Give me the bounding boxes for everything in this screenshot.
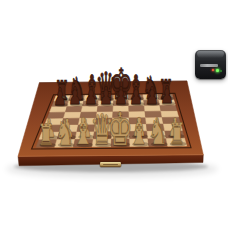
piece-black-pawn-d7: ♟ <box>99 84 112 108</box>
piece-white-pawn-d2: ♟ <box>96 116 110 141</box>
piece-black-pawn-e7: ♟ <box>114 84 127 108</box>
piece-black-pawn-c7: ♟ <box>84 85 97 109</box>
piece-white-king-e1: ♚ <box>108 106 134 152</box>
pieces-layer: ♜♞♝♛♚♝♞♜♟♟♟♟♟♟♟♟♟♟♟♟♟♟♟♟♜♞♝♛♚♝♞♜ <box>0 0 228 228</box>
piece-white-knight-g1: ♞ <box>148 115 167 150</box>
piece-black-king-e8: ♚ <box>109 64 133 107</box>
device-led-green <box>216 69 219 72</box>
plaque-engraving <box>103 164 118 165</box>
piece-white-queen-d1: ♛ <box>90 110 114 152</box>
piece-white-pawn-c2: ♟ <box>78 116 92 141</box>
piece-white-rook-h1: ♜ <box>168 119 184 149</box>
device-led-green-dim <box>220 70 222 72</box>
piece-black-bishop-f8: ♝ <box>127 70 146 104</box>
piece-black-rook-a8: ♜ <box>54 77 69 104</box>
piece-black-pawn-b7: ♟ <box>69 85 82 109</box>
piece-black-pawn-f7: ♟ <box>130 84 143 108</box>
piece-white-pawn-e2: ♟ <box>114 115 128 140</box>
piece-white-bishop-f1: ♝ <box>129 114 149 151</box>
piece-black-pawn-g7: ♟ <box>145 84 158 108</box>
piece-black-knight-b8: ♞ <box>68 73 86 105</box>
brand-plaque <box>100 162 121 167</box>
piece-black-pawn-a7: ♟ <box>53 85 66 109</box>
piece-black-rook-h8: ♜ <box>158 76 173 103</box>
device-led-red <box>212 69 214 71</box>
device-label-strip <box>200 64 218 67</box>
piece-white-pawn-b2: ♟ <box>60 116 74 141</box>
piece-black-pawn-h7: ♟ <box>160 84 173 108</box>
piece-black-bishop-c8: ♝ <box>82 71 101 105</box>
piece-white-pawn-a2: ♟ <box>42 116 56 141</box>
piece-black-knight-g8: ♞ <box>142 72 160 104</box>
piece-white-pawn-g2: ♟ <box>150 115 164 141</box>
piece-white-bishop-c1: ♝ <box>73 114 93 151</box>
piece-white-knight-b1: ♞ <box>55 116 74 151</box>
piece-black-queen-d8: ♛ <box>95 67 117 106</box>
piece-white-rook-a1: ♜ <box>38 121 54 150</box>
piece-white-pawn-f2: ♟ <box>132 115 146 141</box>
piece-white-pawn-h2: ♟ <box>168 115 182 141</box>
control-module-device <box>195 50 226 79</box>
product-photo-stage: ♜♞♝♛♚♝♞♜♟♟♟♟♟♟♟♟♟♟♟♟♟♟♟♟♜♞♝♛♚♝♞♜ <box>0 0 228 228</box>
device-top-highlight <box>197 51 224 58</box>
